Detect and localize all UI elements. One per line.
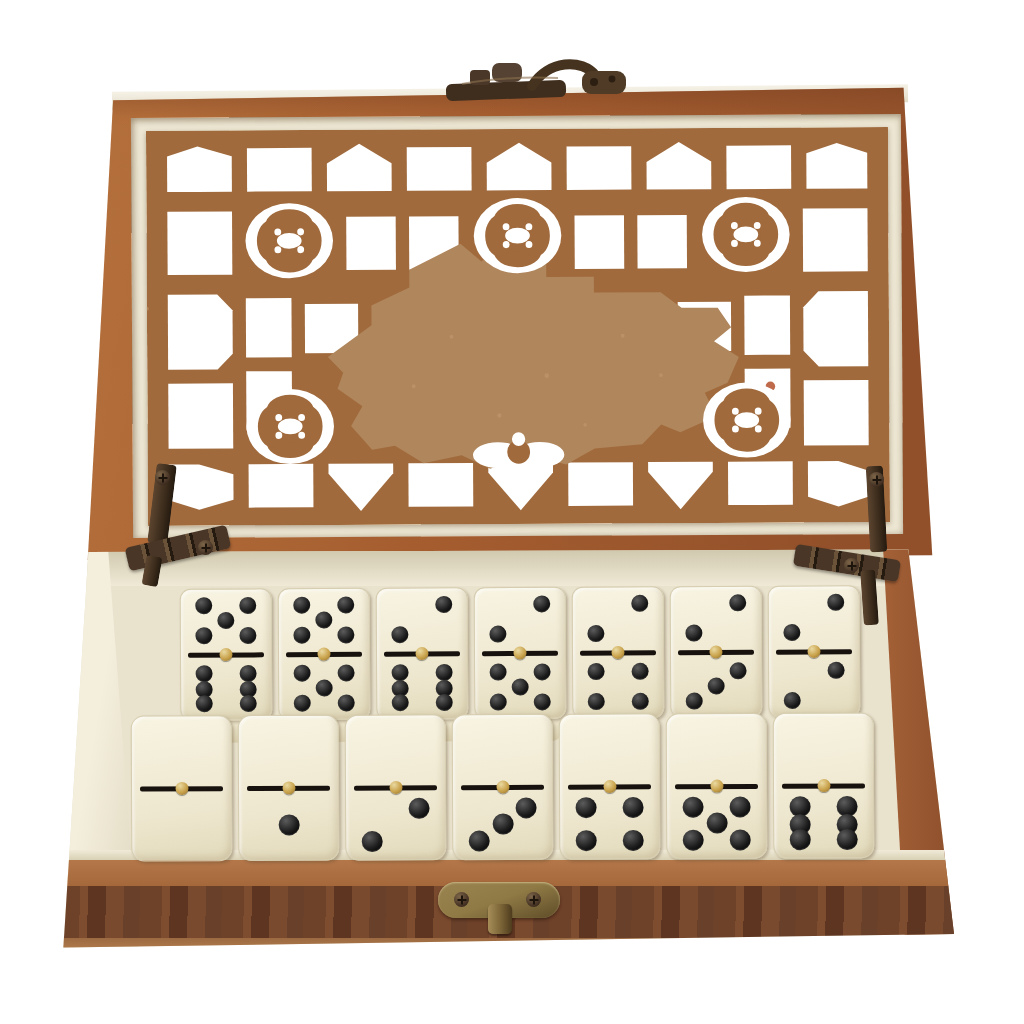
pip: [239, 695, 256, 712]
pip: [435, 664, 452, 681]
pip: [490, 626, 507, 643]
rosette-top-center: [474, 198, 562, 274]
domino-tile: [559, 713, 661, 859]
domino-half: [774, 713, 873, 783]
domino-tile: [376, 587, 469, 719]
pip: [315, 612, 332, 629]
lid-lining: [131, 114, 903, 538]
pip: [468, 830, 489, 851]
domino-tile: [666, 713, 768, 859]
pip: [588, 663, 605, 680]
domino-half: [279, 656, 369, 719]
pip: [533, 663, 550, 680]
domino-tile: [278, 588, 371, 720]
pip: [837, 829, 858, 850]
rosette-bottom-left: [246, 389, 334, 465]
pip: [784, 624, 801, 641]
pip: [361, 831, 382, 852]
domino-half: [769, 654, 859, 717]
domino-half: [475, 588, 565, 651]
rosette-bottom-right: [703, 382, 791, 458]
domino-half: [132, 791, 231, 861]
domino-half: [560, 714, 659, 784]
domino-half: [377, 656, 467, 719]
pip: [239, 597, 256, 614]
domino-half: [667, 788, 766, 858]
domino-half: [560, 789, 659, 859]
pip: [294, 627, 311, 644]
domino-half: [573, 655, 663, 718]
domino-half: [671, 654, 761, 717]
domino-half: [774, 788, 873, 858]
pip: [196, 597, 213, 614]
pip: [533, 596, 550, 613]
pip: [316, 679, 333, 696]
domino-tile: [131, 715, 233, 861]
pip: [490, 693, 507, 710]
pip: [686, 692, 703, 709]
pip: [516, 797, 537, 818]
pip: [490, 663, 507, 680]
domino-row-front: [131, 712, 875, 861]
left-hinge: [126, 460, 246, 590]
pip: [294, 664, 311, 681]
pip: [623, 830, 644, 851]
domino-half: [769, 586, 859, 649]
pip: [337, 664, 354, 681]
pip: [730, 796, 751, 817]
lattice-panel: [146, 127, 890, 526]
pip: [827, 662, 844, 679]
pip: [392, 664, 409, 681]
pip: [435, 596, 452, 613]
pip: [729, 662, 746, 679]
clasp-pin: [488, 904, 512, 934]
clasp-screw-right: [526, 892, 541, 907]
domino-half: [239, 790, 338, 860]
pip: [588, 693, 605, 710]
pip: [631, 693, 648, 710]
pip: [686, 625, 703, 642]
domino-half: [239, 716, 338, 786]
pip: [623, 796, 644, 817]
carved-lattice: [146, 127, 890, 526]
pip: [409, 797, 430, 818]
pip: [706, 813, 727, 834]
pip: [784, 692, 801, 709]
pip: [435, 694, 452, 711]
domino-half: [279, 589, 369, 652]
pip: [631, 595, 648, 612]
pip: [575, 797, 596, 818]
lid-latch: [432, 42, 632, 110]
pip: [294, 694, 311, 711]
domino-tile: [452, 714, 554, 860]
pip: [827, 594, 844, 611]
domino-tile: [773, 712, 875, 858]
pip: [789, 829, 810, 850]
domino-half: [346, 790, 445, 860]
pip: [392, 694, 409, 711]
pip: [217, 612, 234, 629]
domino-row-back: [180, 585, 861, 721]
pip: [682, 796, 703, 817]
domino-tile: [670, 586, 763, 718]
pip: [294, 597, 311, 614]
domino-tile: [180, 588, 273, 720]
pip: [533, 693, 550, 710]
pip: [392, 626, 409, 643]
pip: [708, 677, 725, 694]
domino-half: [453, 789, 552, 859]
pip: [492, 814, 513, 835]
pip: [682, 830, 703, 851]
domino-tile: [345, 714, 447, 860]
domino-half: [475, 655, 565, 718]
pip: [278, 815, 299, 836]
pip: [730, 829, 751, 850]
domino-half: [132, 716, 231, 786]
front-clasp: [438, 882, 560, 940]
pip: [196, 627, 213, 644]
pip: [337, 694, 354, 711]
domino-tile: [238, 715, 340, 861]
domino-tile: [474, 587, 567, 719]
pip: [196, 665, 213, 682]
domino-tile: [572, 586, 665, 718]
pip: [631, 663, 648, 680]
lattice-bottom-row: [169, 461, 869, 512]
rosette-top-right: [702, 197, 790, 273]
pip: [512, 678, 529, 695]
domino-half: [453, 715, 552, 785]
pip: [729, 595, 746, 612]
lattice-top-row: [167, 141, 867, 192]
domino-half: [346, 715, 445, 785]
domino-half: [671, 587, 761, 650]
domino-half: [667, 714, 766, 784]
clasp-screw-left: [454, 892, 469, 907]
domino-half: [181, 589, 271, 652]
pip: [239, 627, 256, 644]
pip: [337, 627, 354, 644]
rosette-top-left: [245, 203, 333, 279]
pip: [196, 695, 213, 712]
pip: [588, 625, 605, 642]
pip: [239, 665, 256, 682]
pip: [337, 597, 354, 614]
domino-half: [573, 587, 663, 650]
domino-half: [181, 657, 271, 720]
domino-box-photo: [0, 0, 1024, 1024]
domino-half: [377, 588, 467, 651]
pip: [575, 830, 596, 851]
domino-tile: [768, 585, 861, 717]
